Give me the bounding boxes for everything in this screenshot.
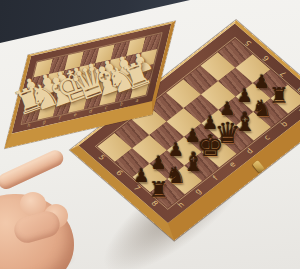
square-a1	[130, 80, 149, 99]
coord-file-c: c	[104, 105, 108, 110]
coord-file-h: h	[176, 201, 186, 209]
coord-file-d: d	[89, 109, 93, 114]
coord-rank-5: 5	[97, 154, 107, 162]
coord-file-a: a	[297, 107, 300, 115]
coord-file-f: f	[211, 175, 219, 182]
coord-file-g: g	[193, 187, 203, 195]
coord-file-b: b	[279, 120, 289, 128]
coord-file-e: e	[73, 112, 77, 117]
coord-rank-6: 6	[261, 54, 271, 62]
coord-file-d: d	[245, 147, 255, 155]
coord-rank-8: 8	[149, 200, 159, 208]
knuckle	[20, 192, 46, 216]
coord-file-f: f	[58, 116, 61, 121]
hand-shadow	[0, 238, 90, 269]
coord-file-g: g	[42, 119, 46, 124]
index-finger	[0, 148, 66, 192]
coord-rank-7: 7	[279, 70, 289, 78]
coord-rank-5: 5	[244, 39, 254, 47]
product-photo-scene: hgfedcba56785678 hgfedcba ♟♟♟♟♟♟♟♟♜♞♝♚♛♝…	[0, 0, 300, 269]
coord-rank-8: 8	[296, 85, 300, 93]
coord-rank-6: 6	[114, 169, 124, 177]
coord-file-a: a	[135, 98, 139, 103]
coord-file-b: b	[119, 102, 123, 107]
coord-file-c: c	[262, 134, 271, 142]
knuckle	[44, 204, 68, 228]
coord-file-h: h	[27, 123, 31, 128]
coord-rank-7: 7	[132, 184, 142, 192]
coord-file-e: e	[228, 161, 238, 169]
